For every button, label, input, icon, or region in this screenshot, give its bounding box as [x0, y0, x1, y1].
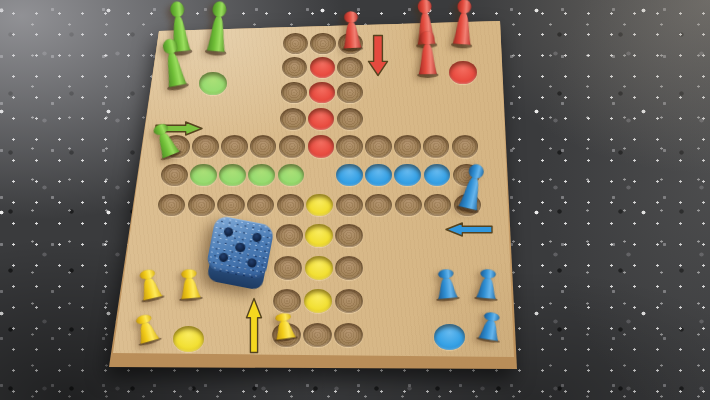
peg-red-start[interactable] [338, 11, 365, 53]
die-top-face [206, 215, 275, 280]
peg-yellow-start[interactable] [269, 312, 301, 344]
track-hole[interactable] [188, 194, 215, 217]
track-hole[interactable] [335, 256, 363, 279]
peg-red-home[interactable] [415, 31, 442, 79]
track-hole[interactable] [310, 33, 335, 54]
goal-hole-red[interactable] [310, 57, 336, 79]
home-hole-green[interactable] [199, 72, 227, 96]
peg-yellow-home[interactable] [175, 268, 206, 303]
track-hole[interactable] [280, 108, 306, 130]
track-hole[interactable] [192, 135, 219, 157]
track-hole[interactable] [277, 194, 304, 217]
track-hole[interactable] [394, 135, 421, 157]
track-hole[interactable] [336, 194, 363, 217]
track-hole[interactable] [365, 135, 392, 157]
home-hole-yellow[interactable] [173, 326, 204, 352]
goal-hole-red[interactable] [308, 135, 335, 157]
home-hole-red[interactable] [449, 61, 477, 84]
track-hole[interactable] [303, 323, 332, 347]
track-hole[interactable] [423, 135, 450, 157]
track-hole[interactable] [337, 108, 363, 130]
goal-hole-yellow[interactable] [304, 289, 332, 313]
track-hole[interactable] [337, 82, 363, 104]
track-hole[interactable] [217, 194, 244, 217]
track-hole[interactable] [221, 135, 248, 157]
track-hole[interactable] [452, 135, 479, 157]
peg-blue-home[interactable] [474, 310, 507, 344]
die-blue[interactable] [203, 215, 277, 294]
die-pip [218, 252, 229, 263]
track-hole[interactable] [279, 135, 306, 157]
goal-hole-red[interactable] [309, 82, 335, 104]
track-hole[interactable] [335, 289, 363, 313]
track-hole[interactable] [336, 135, 363, 157]
track-hole[interactable] [281, 82, 307, 104]
goal-hole-yellow[interactable] [305, 256, 333, 279]
die-pip [251, 232, 262, 243]
peg-blue-home[interactable] [472, 268, 503, 303]
track-hole[interactable] [395, 194, 422, 217]
track-hole[interactable] [274, 256, 302, 279]
die-pip [246, 258, 257, 269]
die-pip [235, 242, 246, 253]
peg-red-home[interactable] [448, 0, 477, 50]
die-pip [223, 226, 234, 237]
track-hole[interactable] [334, 323, 363, 347]
peg-blue-home[interactable] [432, 268, 463, 303]
track-hole[interactable] [337, 57, 363, 79]
home-hole-blue[interactable] [434, 324, 465, 350]
track-hole[interactable] [283, 33, 308, 54]
photo-of-ludo-board: { "game": "ludo", "board_material": "woo… [0, 0, 710, 400]
track-hole[interactable] [250, 135, 277, 157]
track-hole[interactable] [161, 164, 188, 187]
peg-green-home[interactable] [203, 0, 233, 57]
